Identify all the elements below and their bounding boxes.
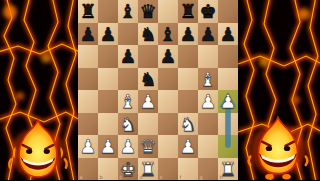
flame-face-icon: [6, 118, 70, 180]
square-b4[interactable]: [98, 90, 118, 113]
square-d3[interactable]: [138, 113, 158, 136]
piece-white-pawn[interactable]: ♟: [138, 90, 158, 113]
square-g6[interactable]: [198, 45, 218, 68]
square-b2[interactable]: ♟: [98, 135, 118, 158]
square-d1[interactable]: ♜d: [138, 158, 158, 181]
square-d4[interactable]: ♟: [138, 90, 158, 113]
square-h5[interactable]: [218, 68, 238, 91]
piece-white-pawn[interactable]: ♟: [198, 90, 218, 113]
square-b7[interactable]: ♟: [98, 23, 118, 46]
square-b3[interactable]: [98, 113, 118, 136]
square-d5[interactable]: ♞: [138, 68, 158, 91]
square-h6[interactable]: [218, 45, 238, 68]
square-f2[interactable]: ♟: [178, 135, 198, 158]
coordinate-label-h: h: [220, 174, 223, 180]
piece-black-king[interactable]: ♚: [198, 0, 218, 23]
piece-white-pawn[interactable]: ♟: [178, 135, 198, 158]
chess-board[interactable]: ♜♝♛♜♚♟♟♞♝♟♟♟♟♟♞♝♝♟♟♟♞♞♟♟♟♛♟ab♚c♜defg♜h: [78, 0, 238, 180]
square-e6[interactable]: ♟: [158, 45, 178, 68]
square-c1[interactable]: ♚c: [118, 158, 138, 181]
square-b1[interactable]: b: [98, 158, 118, 181]
square-a1[interactable]: a: [78, 158, 98, 181]
square-g1[interactable]: g: [198, 158, 218, 181]
screenshot-stage: ♜♝♛♜♚♟♟♞♝♟♟♟♟♟♞♝♝♟♟♟♞♞♟♟♟♛♟ab♚c♜defg♜h: [0, 0, 320, 180]
square-d6[interactable]: [138, 45, 158, 68]
square-g2[interactable]: [198, 135, 218, 158]
square-e1[interactable]: e: [158, 158, 178, 181]
piece-black-pawn[interactable]: ♟: [78, 23, 98, 46]
piece-black-pawn[interactable]: ♟: [178, 23, 198, 46]
square-c4[interactable]: ♝: [118, 90, 138, 113]
square-c2[interactable]: ♟: [118, 135, 138, 158]
square-a7[interactable]: ♟: [78, 23, 98, 46]
coordinate-label-a: a: [80, 174, 83, 180]
square-a4[interactable]: [78, 90, 98, 113]
square-f8[interactable]: ♜: [178, 0, 198, 23]
square-d7[interactable]: ♞: [138, 23, 158, 46]
flame-face-icon: [244, 116, 312, 180]
piece-black-pawn[interactable]: ♟: [218, 23, 238, 46]
square-b8[interactable]: [98, 0, 118, 23]
piece-white-pawn[interactable]: ♟: [98, 135, 118, 158]
piece-black-rook[interactable]: ♜: [178, 0, 198, 23]
square-g7[interactable]: ♟: [198, 23, 218, 46]
square-f5[interactable]: [178, 68, 198, 91]
square-h7[interactable]: ♟: [218, 23, 238, 46]
square-e2[interactable]: [158, 135, 178, 158]
piece-black-pawn[interactable]: ♟: [118, 45, 138, 68]
piece-white-pawn[interactable]: ♟: [218, 90, 238, 113]
piece-white-bishop[interactable]: ♝: [198, 68, 218, 91]
piece-black-knight[interactable]: ♞: [138, 23, 158, 46]
coordinate-label-d: d: [140, 174, 143, 180]
square-g8[interactable]: ♚: [198, 0, 218, 23]
square-h4[interactable]: ♟: [218, 90, 238, 113]
square-h1[interactable]: ♜h: [218, 158, 238, 181]
flame-mascot-left: [6, 118, 70, 180]
flame-mascot-right: [244, 116, 312, 180]
square-g3[interactable]: [198, 113, 218, 136]
piece-black-rook[interactable]: ♜: [78, 0, 98, 23]
piece-white-knight[interactable]: ♞: [178, 113, 198, 136]
square-e3[interactable]: [158, 113, 178, 136]
square-a3[interactable]: [78, 113, 98, 136]
square-d8[interactable]: ♛: [138, 0, 158, 23]
square-c7[interactable]: [118, 23, 138, 46]
square-c5[interactable]: [118, 68, 138, 91]
coordinate-label-b: b: [100, 174, 103, 180]
piece-black-knight[interactable]: ♞: [138, 68, 158, 91]
square-h2[interactable]: [218, 135, 238, 158]
square-f6[interactable]: [178, 45, 198, 68]
piece-black-bishop[interactable]: ♝: [158, 23, 178, 46]
square-e5[interactable]: [158, 68, 178, 91]
square-g5[interactable]: ♝: [198, 68, 218, 91]
coordinate-label-g: g: [200, 174, 203, 180]
square-a5[interactable]: [78, 68, 98, 91]
piece-black-bishop[interactable]: ♝: [118, 0, 138, 23]
square-a2[interactable]: ♟: [78, 135, 98, 158]
piece-black-pawn[interactable]: ♟: [98, 23, 118, 46]
piece-white-queen[interactable]: ♛: [138, 135, 158, 158]
piece-black-pawn[interactable]: ♟: [158, 45, 178, 68]
square-h8[interactable]: [218, 0, 238, 23]
square-b5[interactable]: [98, 68, 118, 91]
square-e4[interactable]: [158, 90, 178, 113]
square-e7[interactable]: ♝: [158, 23, 178, 46]
square-e8[interactable]: [158, 0, 178, 23]
piece-black-pawn[interactable]: ♟: [198, 23, 218, 46]
square-c8[interactable]: ♝: [118, 0, 138, 23]
square-f1[interactable]: f: [178, 158, 198, 181]
piece-white-knight[interactable]: ♞: [118, 113, 138, 136]
coordinate-label-e: e: [160, 174, 163, 180]
square-f3[interactable]: ♞: [178, 113, 198, 136]
square-a8[interactable]: ♜: [78, 0, 98, 23]
square-b6[interactable]: [98, 45, 118, 68]
square-d2[interactable]: ♛: [138, 135, 158, 158]
coordinate-label-f: f: [180, 174, 182, 180]
square-f4[interactable]: [178, 90, 198, 113]
square-c3[interactable]: ♞: [118, 113, 138, 136]
piece-white-bishop[interactable]: ♝: [118, 90, 138, 113]
piece-white-pawn[interactable]: ♟: [118, 135, 138, 158]
square-g4[interactable]: ♟: [198, 90, 218, 113]
square-a6[interactable]: [78, 45, 98, 68]
square-h3[interactable]: [218, 113, 238, 136]
square-c6[interactable]: ♟: [118, 45, 138, 68]
coordinate-label-c: c: [120, 174, 123, 180]
piece-black-queen[interactable]: ♛: [138, 0, 158, 23]
piece-white-pawn[interactable]: ♟: [78, 135, 98, 158]
square-f7[interactable]: ♟: [178, 23, 198, 46]
